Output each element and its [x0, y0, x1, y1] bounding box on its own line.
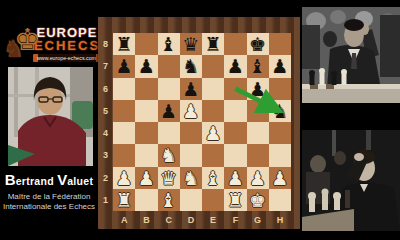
square-c2: ♛: [158, 167, 180, 189]
file-labels: A B C D E F G H: [113, 211, 291, 229]
square-h4: [269, 122, 291, 144]
square-h3: [269, 144, 291, 166]
square-g8: ♚: [247, 33, 269, 55]
square-h2: ♟: [269, 167, 291, 189]
square-b7: ♟: [135, 55, 157, 77]
square-e5: [202, 100, 224, 122]
square-g4: [247, 122, 269, 144]
piece-black-pawn: ♟: [158, 100, 180, 122]
piece-white-rook: ♜: [113, 189, 135, 211]
piece-black-pawn: ♟: [113, 55, 135, 77]
square-b4: [135, 122, 157, 144]
piece-black-knight: ♞: [180, 55, 202, 77]
square-c1: ♝: [158, 189, 180, 211]
square-a4: [113, 122, 135, 144]
europe-echecs-logo: ♚ ♞ EUROPE ECHECS www.europe-echecs.com: [5, 21, 97, 66]
knight-icon: ♞: [3, 37, 25, 61]
square-a1: ♜: [113, 189, 135, 211]
piece-black-queen: ♛: [180, 33, 202, 55]
presenter-name: Bertrand Valuet: [0, 171, 98, 189]
piece-white-pawn: ♟: [224, 167, 246, 189]
piece-black-knight: ♞: [269, 100, 291, 122]
square-d3: [180, 144, 202, 166]
square-e2: ♝: [202, 167, 224, 189]
piece-white-pawn: ♟: [180, 100, 202, 122]
rank-label-4: 4: [98, 122, 113, 144]
square-d6: ♟: [180, 78, 202, 100]
square-e7: [202, 55, 224, 77]
square-a6: [113, 78, 135, 100]
file-label-c: C: [158, 211, 180, 229]
square-b5: [135, 100, 157, 122]
square-g7: ♝: [247, 55, 269, 77]
piece-white-queen: ♛: [158, 167, 180, 189]
piece-white-bishop: ♝: [202, 167, 224, 189]
square-f4: [224, 122, 246, 144]
square-a3: [113, 144, 135, 166]
presenter-title-line2: Internationale des Echecs: [0, 202, 98, 212]
presenter-title-line1: Maître de la Fédération: [0, 192, 98, 202]
rank-label-7: 7: [98, 55, 113, 77]
square-g1: ♚: [247, 189, 269, 211]
file-label-h: H: [269, 211, 291, 229]
square-b3: [135, 144, 157, 166]
square-g3: [247, 144, 269, 166]
square-d8: ♛: [180, 33, 202, 55]
square-g5: [247, 100, 269, 122]
presenter-first-initial: B: [5, 171, 16, 188]
square-e3: [202, 144, 224, 166]
board-grid: ♜♝♛♜♚♟♟♞♟♝♟♟♟♟♟♞♟♞♟♟♛♞♝♟♟♟♜♝♜♚: [113, 33, 291, 211]
presenter-photo: [8, 67, 93, 166]
rank-label-3: 3: [98, 144, 113, 166]
square-f6: [224, 78, 246, 100]
square-d5: ♟: [180, 100, 202, 122]
square-a8: ♜: [113, 33, 135, 55]
rank-label-6: 6: [98, 78, 113, 100]
square-d1: [180, 189, 202, 211]
square-e8: ♜: [202, 33, 224, 55]
square-c6: [158, 78, 180, 100]
piece-black-pawn: ♟: [269, 55, 291, 77]
file-label-f: F: [224, 211, 246, 229]
piece-black-king: ♚: [247, 33, 269, 55]
piece-white-pawn: ♟: [135, 167, 157, 189]
logo-title-echecs: ECHECS: [34, 38, 100, 53]
piece-white-pawn: ♟: [269, 167, 291, 189]
piece-black-pawn: ♟: [224, 55, 246, 77]
presenter-last-initial: V: [57, 171, 67, 188]
file-label-a: A: [113, 211, 135, 229]
square-e4: ♟: [202, 122, 224, 144]
video-frame: ♚ ♞ EUROPE ECHECS www.europe-echecs.com: [0, 0, 400, 240]
file-label-b: B: [135, 211, 157, 229]
square-b2: ♟: [135, 167, 157, 189]
piece-white-bishop: ♝: [158, 189, 180, 211]
square-b6: [135, 78, 157, 100]
logo-website-url: www.europe-echecs.com: [38, 55, 97, 61]
square-g2: ♟: [247, 167, 269, 189]
file-label-g: G: [247, 211, 269, 229]
square-h1: [269, 189, 291, 211]
square-a5: [113, 100, 135, 122]
rank-label-2: 2: [98, 167, 113, 189]
piece-white-rook: ♜: [224, 189, 246, 211]
square-h6: [269, 78, 291, 100]
square-c7: [158, 55, 180, 77]
rank-labels: 8 7 6 5 4 3 2 1: [98, 33, 113, 211]
file-label-d: D: [180, 211, 202, 229]
presenter-last-rest: aluet: [67, 175, 93, 187]
logo-text: EUROPE ECHECS www.europe-echecs.com: [33, 25, 101, 62]
piece-black-rook: ♜: [113, 33, 135, 55]
piece-white-pawn: ♟: [113, 167, 135, 189]
square-c5: ♟: [158, 100, 180, 122]
square-c4: [158, 122, 180, 144]
piece-white-knight: ♞: [158, 144, 180, 166]
piece-black-pawn: ♟: [135, 55, 157, 77]
file-label-e: E: [202, 211, 224, 229]
piece-white-king: ♚: [247, 189, 269, 211]
square-f1: ♜: [224, 189, 246, 211]
archive-photo-top: [302, 7, 400, 103]
square-d7: ♞: [180, 55, 202, 77]
square-f5: [224, 100, 246, 122]
chess-board: 8 7 6 5 4 3 2 1 ♜♝♛♜♚♟♟♞♟♝♟♟♟♟♟♞♟♞♟♟♛♞♝♟…: [98, 17, 300, 229]
square-d4: [180, 122, 202, 144]
rank-label-8: 8: [98, 33, 113, 55]
square-f3: [224, 144, 246, 166]
square-h5: ♞: [269, 100, 291, 122]
piece-black-pawn: ♟: [247, 78, 269, 100]
square-a7: ♟: [113, 55, 135, 77]
rank-label-5: 5: [98, 100, 113, 122]
square-d2: ♞: [180, 167, 202, 189]
piece-black-bishop: ♝: [247, 55, 269, 77]
piece-black-pawn: ♟: [180, 78, 202, 100]
square-c3: ♞: [158, 144, 180, 166]
square-b1: [135, 189, 157, 211]
piece-white-pawn: ♟: [247, 167, 269, 189]
logo-website-strip: www.europe-echecs.com: [33, 54, 101, 62]
square-a2: ♟: [113, 167, 135, 189]
archive-photo-bottom: [302, 130, 400, 231]
piece-white-pawn: ♟: [202, 122, 224, 144]
square-h7: ♟: [269, 55, 291, 77]
square-c8: ♝: [158, 33, 180, 55]
square-f7: ♟: [224, 55, 246, 77]
square-h8: [269, 33, 291, 55]
square-e1: [202, 189, 224, 211]
presenter-first-rest: ertrand: [16, 175, 58, 187]
square-f8: [224, 33, 246, 55]
piece-white-knight: ♞: [180, 167, 202, 189]
logo-chess-pieces: ♚ ♞: [5, 23, 31, 65]
square-e6: [202, 78, 224, 100]
rank-label-1: 1: [98, 189, 113, 211]
piece-black-bishop: ♝: [158, 33, 180, 55]
presenter-title: Maître de la Fédération Internationale d…: [0, 192, 98, 212]
piece-black-rook: ♜: [202, 33, 224, 55]
square-g6: ♟: [247, 78, 269, 100]
square-f2: ♟: [224, 167, 246, 189]
square-b8: [135, 33, 157, 55]
